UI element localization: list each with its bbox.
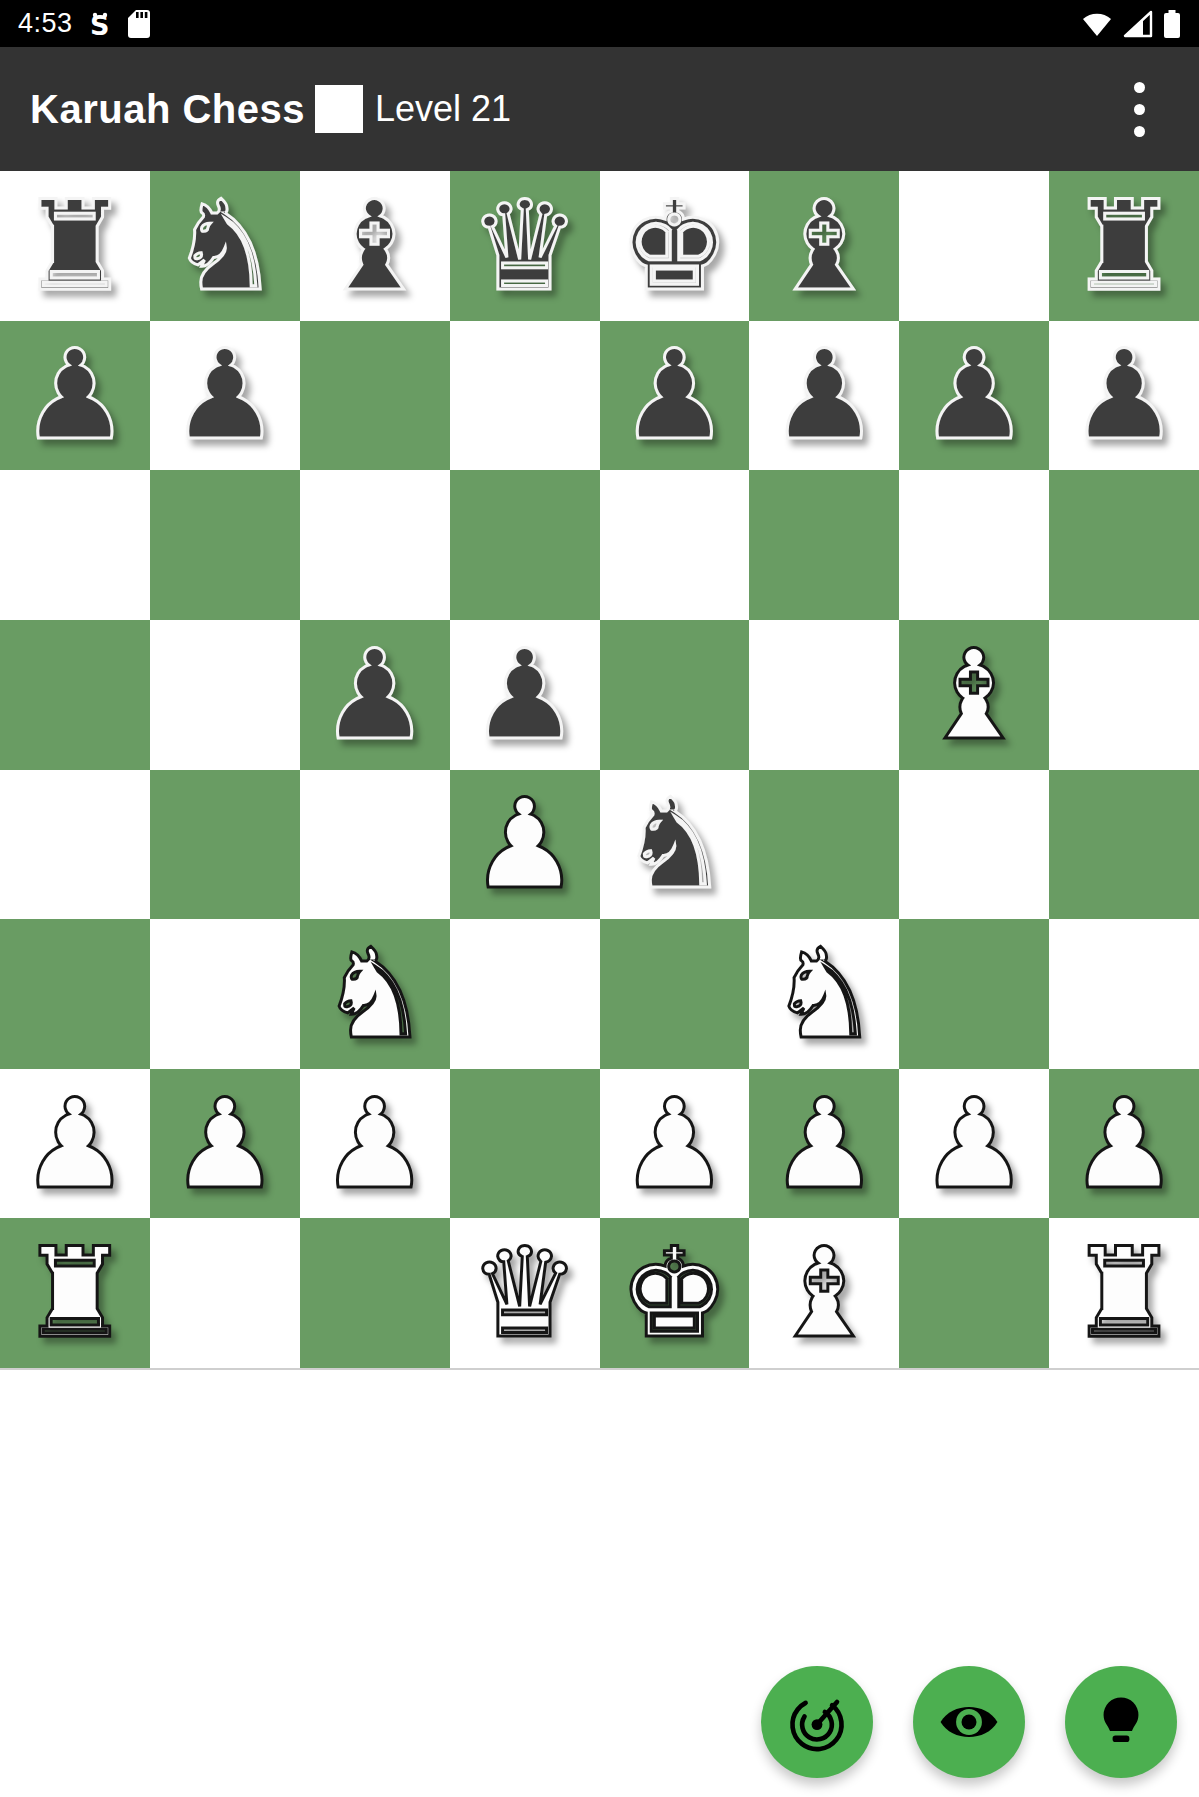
black-pawn-piece: ♟ [469,633,580,757]
app-bar: Karuah Chess Level 21 [0,47,1199,171]
square-g2[interactable]: ♟ [899,1069,1049,1219]
black-pawn-piece: ♟ [19,333,130,457]
square-e8[interactable]: ♚ [600,171,750,321]
status-bar: 4:53 S [0,0,1199,47]
square-e6[interactable] [600,470,750,620]
hint-button[interactable] [1065,1666,1177,1778]
engine-move-button[interactable] [761,1666,873,1778]
square-c7[interactable] [300,321,450,471]
square-c6[interactable] [300,470,450,620]
square-f6[interactable] [749,470,899,620]
level-label: Level 21 [375,88,511,130]
square-b5[interactable] [150,620,300,770]
square-c1[interactable] [300,1218,450,1368]
white-knight-piece: ♞ [319,932,430,1056]
square-c4[interactable] [300,770,450,920]
square-f4[interactable] [749,770,899,920]
white-rook-piece: ♜ [19,1231,130,1355]
action-button-row [761,1666,1177,1778]
white-king-piece: ♚ [619,1231,730,1355]
square-b2[interactable]: ♟ [150,1069,300,1219]
app-title: Karuah Chess [30,87,305,132]
square-c8[interactable]: ♝ [300,171,450,321]
square-d2[interactable] [450,1069,600,1219]
square-b8[interactable]: ♞ [150,171,300,321]
square-h2[interactable]: ♟ [1049,1069,1199,1219]
square-a5[interactable] [0,620,150,770]
square-g8[interactable] [899,171,1049,321]
square-e3[interactable] [600,919,750,1069]
square-b4[interactable] [150,770,300,920]
square-d5[interactable]: ♟ [450,620,600,770]
square-a7[interactable]: ♟ [0,321,150,471]
black-knight-piece: ♞ [169,184,280,308]
white-bishop-piece: ♝ [769,1231,880,1355]
square-g4[interactable] [899,770,1049,920]
square-d4[interactable]: ♟ [450,770,600,920]
square-h4[interactable] [1049,770,1199,920]
black-pawn-piece: ♟ [319,633,430,757]
white-rook-piece: ♜ [1068,1231,1179,1355]
sd-card-icon [127,9,151,39]
square-a2[interactable]: ♟ [0,1069,150,1219]
square-e4[interactable]: ♞ [600,770,750,920]
black-bishop-piece: ♝ [319,184,430,308]
black-pawn-piece: ♟ [1068,333,1179,457]
white-pawn-piece: ♟ [769,1082,880,1206]
white-pawn-piece: ♟ [469,782,580,906]
white-queen-piece: ♛ [469,1231,580,1355]
white-pawn-piece: ♟ [1068,1082,1179,1206]
square-d6[interactable] [450,470,600,620]
white-pawn-piece: ♟ [919,1082,1030,1206]
wifi-icon [1081,10,1113,38]
square-e5[interactable] [600,620,750,770]
square-d8[interactable]: ♛ [450,171,600,321]
eye-icon [938,1691,1000,1753]
white-pawn-piece: ♟ [619,1082,730,1206]
white-knight-piece: ♞ [769,932,880,1056]
black-rook-piece: ♜ [19,184,130,308]
square-b3[interactable] [150,919,300,1069]
square-b7[interactable]: ♟ [150,321,300,471]
square-h5[interactable] [1049,620,1199,770]
square-g6[interactable] [899,470,1049,620]
square-d1[interactable]: ♛ [450,1218,600,1368]
square-d3[interactable] [450,919,600,1069]
kebab-menu-icon[interactable] [1109,64,1169,154]
square-d7[interactable] [450,321,600,471]
sync-s-icon: S [87,9,113,39]
white-pawn-piece: ♟ [19,1082,130,1206]
square-g5[interactable]: ♝ [899,620,1049,770]
battery-icon [1163,9,1181,39]
black-king-piece: ♚ [619,184,730,308]
square-a8[interactable]: ♜ [0,171,150,321]
black-pawn-piece: ♟ [169,333,280,457]
square-b1[interactable] [150,1218,300,1368]
square-f1[interactable]: ♝ [749,1218,899,1368]
square-a4[interactable] [0,770,150,920]
square-h6[interactable] [1049,470,1199,620]
black-bishop-piece: ♝ [769,184,880,308]
square-b6[interactable] [150,470,300,620]
square-a3[interactable] [0,919,150,1069]
turn-indicator-square [315,85,363,133]
karuah-chess-app: 4:53 S [0,0,1199,1797]
square-f7[interactable]: ♟ [749,321,899,471]
square-f5[interactable] [749,620,899,770]
square-h3[interactable] [1049,919,1199,1069]
square-f3[interactable]: ♞ [749,919,899,1069]
square-e7[interactable]: ♟ [600,321,750,471]
black-knight-piece: ♞ [619,782,730,906]
chess-board: ♜♞♝♛♚♝♜♟♟♟♟♟♟♟♟♝♟♞♞♞♟♟♟♟♟♟♟♜♛♚♝♜ [0,171,1199,1370]
square-c2[interactable]: ♟ [300,1069,450,1219]
square-e1[interactable]: ♚ [600,1218,750,1368]
show-board-button[interactable] [913,1666,1025,1778]
lightbulb-icon [1090,1691,1152,1753]
white-pawn-piece: ♟ [319,1082,430,1206]
black-queen-piece: ♛ [469,184,580,308]
square-f2[interactable]: ♟ [749,1069,899,1219]
square-h1[interactable]: ♜ [1049,1218,1199,1368]
black-rook-piece: ♜ [1068,184,1179,308]
square-g1[interactable] [899,1218,1049,1368]
clock-time: 4:53 [18,8,73,39]
square-h7[interactable]: ♟ [1049,321,1199,471]
cell-signal-icon [1123,10,1153,38]
white-pawn-piece: ♟ [169,1082,280,1206]
square-g7[interactable]: ♟ [899,321,1049,471]
square-c3[interactable]: ♞ [300,919,450,1069]
radar-icon [786,1691,848,1753]
square-h8[interactable]: ♜ [1049,171,1199,321]
square-c5[interactable]: ♟ [300,620,450,770]
black-pawn-piece: ♟ [619,333,730,457]
square-a6[interactable] [0,470,150,620]
white-bishop-piece: ♝ [919,633,1030,757]
square-a1[interactable]: ♜ [0,1218,150,1368]
black-pawn-piece: ♟ [769,333,880,457]
square-g3[interactable] [899,919,1049,1069]
square-e2[interactable]: ♟ [600,1069,750,1219]
square-f8[interactable]: ♝ [749,171,899,321]
black-pawn-piece: ♟ [919,333,1030,457]
